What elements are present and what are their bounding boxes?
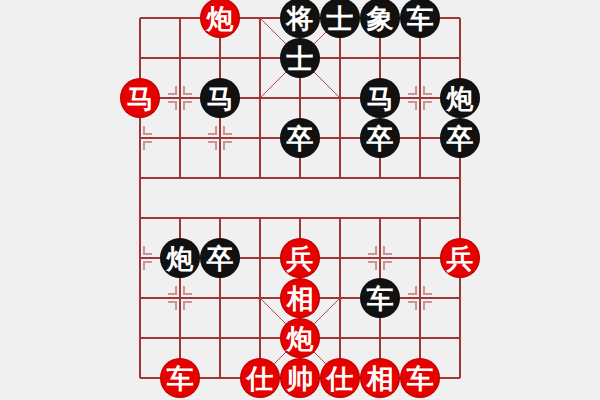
board-point[interactable] <box>120 238 160 278</box>
board-point[interactable] <box>160 38 200 78</box>
board-point[interactable] <box>120 278 160 318</box>
board-point[interactable]: 卒 <box>280 118 320 158</box>
board-point[interactable] <box>240 38 280 78</box>
piece-black-soldier[interactable]: 卒 <box>360 118 400 158</box>
piece-black-chariot[interactable]: 车 <box>360 278 400 318</box>
piece-black-soldier[interactable]: 卒 <box>440 118 480 158</box>
board-point[interactable] <box>240 238 280 278</box>
piece-red-advisor[interactable]: 仕 <box>240 358 280 398</box>
board-point[interactable]: 兵 <box>280 238 320 278</box>
board-point[interactable] <box>360 318 400 358</box>
board-point[interactable] <box>160 158 200 198</box>
board-point[interactable]: 炮 <box>280 318 320 358</box>
board-point[interactable]: 相 <box>280 278 320 318</box>
board-point[interactable] <box>360 238 400 278</box>
board-point[interactable] <box>120 158 160 198</box>
board-point[interactable] <box>320 318 360 358</box>
piece-black-cannon[interactable]: 炮 <box>440 78 480 118</box>
board-point[interactable]: 车 <box>400 358 440 398</box>
piece-black-soldier[interactable]: 卒 <box>200 238 240 278</box>
board-point[interactable]: 士 <box>280 38 320 78</box>
piece-black-soldier[interactable]: 卒 <box>280 118 320 158</box>
board-point[interactable] <box>120 198 160 238</box>
board-point[interactable] <box>440 318 480 358</box>
board-point[interactable] <box>160 278 200 318</box>
xiangqi-board: 炮将士象车士马马马炮卒卒卒炮卒兵兵相车炮车仕帅仕相车 <box>120 0 480 398</box>
board-point[interactable] <box>440 0 480 38</box>
board-point[interactable]: 马 <box>120 78 160 118</box>
board-point[interactable] <box>160 118 200 158</box>
board-point[interactable] <box>160 78 200 118</box>
board-point[interactable] <box>200 38 240 78</box>
piece-red-cannon[interactable]: 炮 <box>200 0 240 38</box>
board-point[interactable] <box>320 78 360 118</box>
board-point[interactable]: 马 <box>200 78 240 118</box>
board-point[interactable] <box>240 0 280 38</box>
board-point[interactable] <box>240 78 280 118</box>
board-point[interactable] <box>400 78 440 118</box>
board-point[interactable]: 将 <box>280 0 320 38</box>
board-point[interactable] <box>320 158 360 198</box>
board-point[interactable] <box>200 118 240 158</box>
board-point[interactable]: 仕 <box>320 358 360 398</box>
piece-black-chariot[interactable]: 车 <box>400 0 440 38</box>
board-point[interactable] <box>120 358 160 398</box>
board-point[interactable] <box>320 118 360 158</box>
board-point[interactable]: 相 <box>360 358 400 398</box>
board-point[interactable]: 卒 <box>200 238 240 278</box>
piece-red-horse[interactable]: 马 <box>120 78 160 118</box>
board-point[interactable] <box>400 158 440 198</box>
piece-black-advisor[interactable]: 士 <box>320 0 360 38</box>
board-point[interactable] <box>120 0 160 38</box>
board-point[interactable]: 卒 <box>360 118 400 158</box>
board-point[interactable] <box>200 358 240 398</box>
board-point[interactable] <box>440 38 480 78</box>
board-point[interactable] <box>240 158 280 198</box>
piece-black-horse[interactable]: 马 <box>200 78 240 118</box>
board-point[interactable] <box>280 158 320 198</box>
board-point[interactable]: 炮 <box>200 0 240 38</box>
board-point[interactable] <box>400 278 440 318</box>
board-point[interactable]: 车 <box>360 278 400 318</box>
app-background: 炮将士象车士马马马炮卒卒卒炮卒兵兵相车炮车仕帅仕相车 <box>0 0 600 400</box>
board-point[interactable] <box>200 198 240 238</box>
board-point[interactable] <box>360 198 400 238</box>
board-point[interactable] <box>440 158 480 198</box>
board-point[interactable] <box>440 358 480 398</box>
board-point[interactable] <box>240 198 280 238</box>
board-point[interactable]: 炮 <box>160 238 200 278</box>
piece-red-elephant[interactable]: 相 <box>360 358 400 398</box>
board-point[interactable] <box>120 38 160 78</box>
board-point[interactable] <box>240 318 280 358</box>
board-point[interactable] <box>360 158 400 198</box>
board-point[interactable]: 马 <box>360 78 400 118</box>
piece-red-soldier[interactable]: 兵 <box>280 238 320 278</box>
board-point[interactable] <box>200 318 240 358</box>
board-point[interactable] <box>440 278 480 318</box>
board-point[interactable] <box>280 78 320 118</box>
piece-red-general[interactable]: 帅 <box>280 358 320 398</box>
board-point[interactable]: 车 <box>400 0 440 38</box>
board-point[interactable] <box>400 238 440 278</box>
board-point[interactable]: 车 <box>160 358 200 398</box>
board-point[interactable] <box>240 118 280 158</box>
board-point[interactable]: 炮 <box>440 78 480 118</box>
board-point[interactable] <box>240 278 280 318</box>
board-point[interactable]: 帅 <box>280 358 320 398</box>
board-point[interactable] <box>200 158 240 198</box>
board-point[interactable] <box>280 198 320 238</box>
board-point[interactable] <box>440 198 480 238</box>
piece-black-elephant[interactable]: 象 <box>360 0 400 38</box>
piece-red-elephant[interactable]: 相 <box>280 278 320 318</box>
board-point[interactable] <box>160 0 200 38</box>
board-point[interactable] <box>320 278 360 318</box>
board-point[interactable]: 象 <box>360 0 400 38</box>
piece-red-soldier[interactable]: 兵 <box>440 238 480 278</box>
board-point[interactable] <box>400 318 440 358</box>
piece-red-chariot[interactable]: 车 <box>160 358 200 398</box>
board-point[interactable]: 仕 <box>240 358 280 398</box>
board-point[interactable] <box>160 198 200 238</box>
board-point[interactable] <box>320 238 360 278</box>
piece-red-advisor[interactable]: 仕 <box>320 358 360 398</box>
board-point[interactable] <box>360 38 400 78</box>
piece-black-horse[interactable]: 马 <box>360 78 400 118</box>
board-point[interactable] <box>120 118 160 158</box>
board-point[interactable] <box>160 318 200 358</box>
piece-red-chariot[interactable]: 车 <box>400 358 440 398</box>
board-point[interactable]: 兵 <box>440 238 480 278</box>
piece-black-general[interactable]: 将 <box>280 0 320 38</box>
board-point[interactable] <box>320 38 360 78</box>
piece-black-advisor[interactable]: 士 <box>280 38 320 78</box>
board-point[interactable]: 士 <box>320 0 360 38</box>
board-point[interactable]: 卒 <box>440 118 480 158</box>
piece-red-cannon[interactable]: 炮 <box>280 318 320 358</box>
board-point[interactable] <box>400 38 440 78</box>
piece-black-cannon[interactable]: 炮 <box>160 238 200 278</box>
board-point[interactable] <box>400 118 440 158</box>
board-point[interactable] <box>320 198 360 238</box>
board-point[interactable] <box>200 278 240 318</box>
board-point[interactable] <box>400 198 440 238</box>
board-point[interactable] <box>120 318 160 358</box>
